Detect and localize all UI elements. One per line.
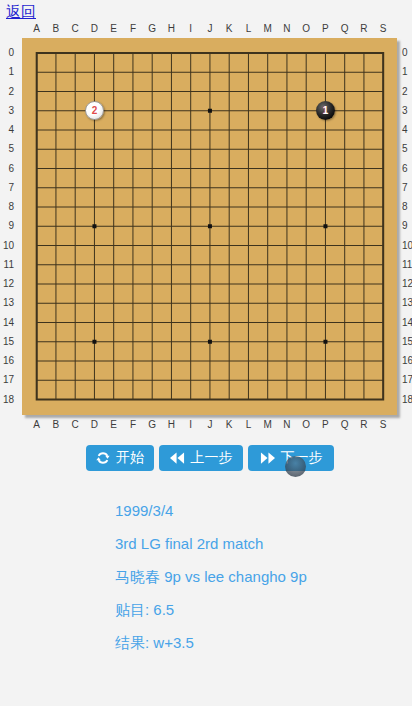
row-label-right-0: 0	[402, 46, 412, 60]
col-label-top-J: J	[200, 22, 220, 36]
row-label-left-18: 18	[0, 393, 14, 407]
col-label-top-I: I	[181, 22, 201, 36]
col-label-bottom-L: L	[238, 418, 258, 432]
row-label-left-17: 17	[0, 373, 14, 387]
col-label-bottom-E: E	[104, 418, 124, 432]
col-label-bottom-A: A	[27, 418, 47, 432]
row-label-left-13: 13	[0, 296, 14, 310]
row-label-right-2: 2	[402, 85, 412, 99]
col-label-top-L: L	[238, 22, 258, 36]
col-label-top-C: C	[65, 22, 85, 36]
col-label-bottom-S: S	[373, 418, 393, 432]
col-label-top-M: M	[258, 22, 278, 36]
row-label-left-0: 0	[0, 46, 14, 60]
start-button-label: 开始	[116, 449, 144, 467]
col-label-top-P: P	[315, 22, 335, 36]
start-button[interactable]: 开始	[86, 445, 154, 471]
row-label-right-12: 12	[402, 277, 412, 291]
col-label-top-K: K	[219, 22, 239, 36]
col-label-bottom-I: I	[181, 418, 201, 432]
star-point	[92, 224, 96, 228]
star-point	[208, 109, 212, 113]
row-label-right-15: 15	[402, 335, 412, 349]
row-label-left-6: 6	[0, 162, 14, 176]
row-label-left-1: 1	[0, 65, 14, 79]
col-label-top-N: N	[277, 22, 297, 36]
col-label-top-A: A	[27, 22, 47, 36]
col-label-bottom-O: O	[296, 418, 316, 432]
game-date: 1999/3/4	[115, 501, 307, 521]
col-label-bottom-N: N	[277, 418, 297, 432]
row-label-left-14: 14	[0, 316, 14, 330]
page: 返回 AABBCCDDEEFFGGHHIIJJKKLLMMNNOOPPQQRRS…	[0, 0, 412, 706]
refresh-icon	[96, 451, 110, 465]
row-label-left-11: 11	[0, 258, 14, 272]
col-label-bottom-M: M	[258, 418, 278, 432]
col-label-bottom-P: P	[315, 418, 335, 432]
prev-step-button[interactable]: 上一步	[159, 445, 243, 471]
game-result: 结果: w+3.5	[115, 633, 307, 653]
col-label-bottom-C: C	[65, 418, 85, 432]
touch-cursor	[285, 456, 306, 477]
col-label-bottom-G: G	[142, 418, 162, 432]
row-label-right-6: 6	[402, 162, 412, 176]
row-label-right-4: 4	[402, 123, 412, 137]
row-label-right-14: 14	[402, 316, 412, 330]
board-grid	[22, 38, 397, 415]
col-label-bottom-R: R	[354, 418, 374, 432]
col-label-bottom-K: K	[219, 418, 239, 432]
col-label-top-E: E	[104, 22, 124, 36]
game-komi: 贴目: 6.5	[115, 600, 307, 620]
col-label-top-Q: Q	[335, 22, 355, 36]
col-label-top-S: S	[373, 22, 393, 36]
prev-step-button-label: 上一步	[191, 449, 233, 467]
row-label-right-9: 9	[402, 219, 412, 233]
row-label-left-7: 7	[0, 181, 14, 195]
row-label-right-1: 1	[402, 65, 412, 79]
go-board[interactable]: 12	[22, 38, 397, 415]
game-event: 3rd LG final 2rd match	[115, 534, 307, 554]
col-label-top-R: R	[354, 22, 374, 36]
row-label-left-3: 3	[0, 104, 14, 118]
col-label-bottom-D: D	[84, 418, 104, 432]
star-point	[323, 224, 327, 228]
row-label-right-17: 17	[402, 373, 412, 387]
row-label-right-3: 3	[402, 104, 412, 118]
row-label-right-7: 7	[402, 181, 412, 195]
row-label-right-8: 8	[402, 200, 412, 214]
col-label-bottom-H: H	[161, 418, 181, 432]
star-point	[323, 340, 327, 344]
game-info-panel: 1999/3/4 3rd LG final 2rd match 马晓春 9p v…	[115, 501, 307, 666]
row-label-right-18: 18	[402, 393, 412, 407]
star-point	[208, 340, 212, 344]
star-point	[92, 340, 96, 344]
col-label-top-B: B	[46, 22, 66, 36]
row-label-right-10: 10	[402, 239, 412, 253]
col-label-bottom-B: B	[46, 418, 66, 432]
row-label-right-13: 13	[402, 296, 412, 310]
col-label-top-F: F	[123, 22, 143, 36]
row-label-left-15: 15	[0, 335, 14, 349]
col-label-top-G: G	[142, 22, 162, 36]
row-label-right-11: 11	[402, 258, 412, 272]
forward-icon	[260, 452, 275, 464]
row-label-left-12: 12	[0, 277, 14, 291]
col-label-top-D: D	[84, 22, 104, 36]
row-label-right-16: 16	[402, 354, 412, 368]
row-label-left-8: 8	[0, 200, 14, 214]
star-point	[208, 224, 212, 228]
row-label-left-16: 16	[0, 354, 14, 368]
col-label-bottom-Q: Q	[335, 418, 355, 432]
row-label-left-2: 2	[0, 85, 14, 99]
col-label-bottom-F: F	[123, 418, 143, 432]
row-label-right-5: 5	[402, 142, 412, 156]
col-label-top-H: H	[161, 22, 181, 36]
backward-icon	[170, 452, 185, 464]
row-label-left-9: 9	[0, 219, 14, 233]
row-label-left-5: 5	[0, 142, 14, 156]
col-label-top-O: O	[296, 22, 316, 36]
row-label-left-10: 10	[0, 239, 14, 253]
game-players: 马晓春 9p vs lee changho 9p	[115, 567, 307, 587]
row-label-left-4: 4	[0, 123, 14, 137]
col-label-bottom-J: J	[200, 418, 220, 432]
back-link[interactable]: 返回	[6, 3, 36, 22]
